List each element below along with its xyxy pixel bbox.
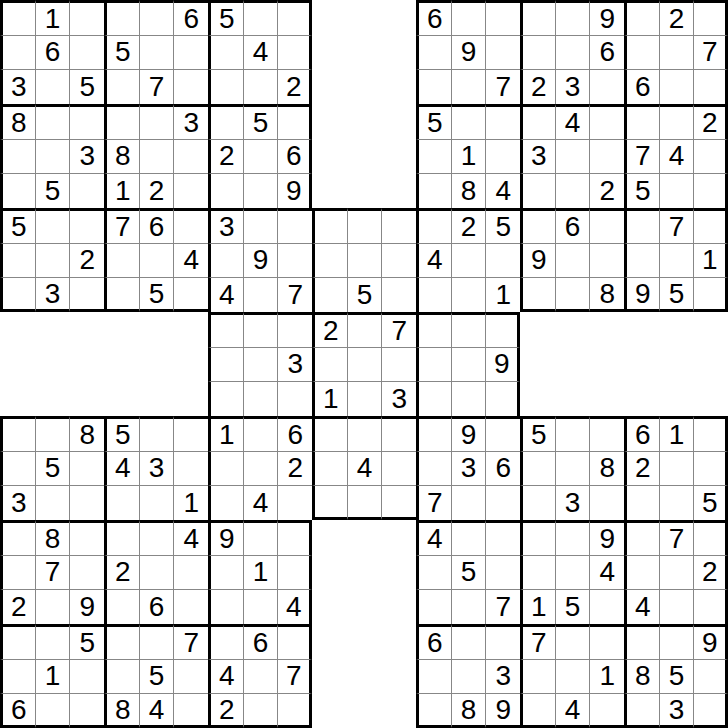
cell-r11c8[interactable]: [243, 347, 278, 382]
cell-r5c8[interactable]: [243, 139, 278, 174]
cell-r1c8[interactable]: [243, 0, 278, 35]
cell-r9c14[interactable]: [451, 277, 486, 312]
void-cell: [347, 589, 382, 624]
cell-r2c1[interactable]: [0, 35, 35, 70]
cell-r17c15[interactable]: [485, 555, 520, 590]
cell-r13c15[interactable]: [485, 416, 520, 451]
cell-r15c18[interactable]: [589, 485, 624, 520]
cell-r1c4[interactable]: [104, 0, 139, 35]
cell-r1c14[interactable]: [451, 0, 486, 35]
cell-r20c6[interactable]: [173, 659, 208, 694]
cell-r21c8[interactable]: [243, 693, 278, 728]
cell-r15c11[interactable]: [347, 485, 382, 520]
cell-r2c6[interactable]: [173, 35, 208, 70]
cell-r2c19[interactable]: [624, 35, 659, 70]
cell-r14c8[interactable]: [243, 451, 278, 486]
cell-r7c8[interactable]: [243, 208, 278, 243]
cell-r9c8[interactable]: [243, 277, 278, 312]
cell-r6c13[interactable]: [416, 173, 451, 208]
cell-r4c19[interactable]: [624, 104, 659, 139]
cell-r4c16[interactable]: [520, 104, 555, 139]
cell-r1c17[interactable]: [555, 0, 590, 35]
cell-r18c18[interactable]: [589, 589, 624, 624]
cell-r8c8: 9: [243, 243, 278, 278]
cell-r7c21[interactable]: [693, 208, 728, 243]
cell-r14c1[interactable]: [0, 451, 35, 486]
cell-r21c21[interactable]: [693, 693, 728, 728]
cell-r21c14: 8: [451, 693, 486, 728]
cell-r2c14: 9: [451, 35, 486, 70]
cell-r12c11[interactable]: [347, 381, 382, 416]
cell-r11c13[interactable]: [416, 347, 451, 382]
cell-r8c5[interactable]: [139, 243, 174, 278]
cell-r9c4[interactable]: [104, 277, 139, 312]
cell-r11c10[interactable]: [312, 347, 347, 382]
cell-r14c21[interactable]: [693, 451, 728, 486]
cell-r20c16[interactable]: [520, 659, 555, 694]
cell-r16c17[interactable]: [555, 520, 590, 555]
cell-r17c19[interactable]: [624, 555, 659, 590]
cell-r5c6[interactable]: [173, 139, 208, 174]
cell-r20c14[interactable]: [451, 659, 486, 694]
cell-r13c12[interactable]: [381, 416, 416, 451]
cell-r17c4: 2: [104, 555, 139, 590]
cell-r6c17[interactable]: [555, 173, 590, 208]
cell-r12c14[interactable]: [451, 381, 486, 416]
cell-r13c10[interactable]: [312, 416, 347, 451]
cell-r18c2[interactable]: [35, 589, 70, 624]
cell-r17c16[interactable]: [520, 555, 555, 590]
cell-r12c13[interactable]: [416, 381, 451, 416]
cell-r1c5[interactable]: [139, 0, 174, 35]
cell-r18c13[interactable]: [416, 589, 451, 624]
cell-r15c4[interactable]: [104, 485, 139, 520]
cell-r4c5[interactable]: [139, 104, 174, 139]
cell-r6c20[interactable]: [659, 173, 694, 208]
cell-r16c9[interactable]: [277, 520, 312, 555]
cell-r10c8[interactable]: [243, 312, 278, 347]
cell-r5c13[interactable]: [416, 139, 451, 174]
void-cell: [173, 381, 208, 416]
cell-r2c15[interactable]: [485, 35, 520, 70]
cell-r19c17[interactable]: [555, 624, 590, 659]
cell-r11c11[interactable]: [347, 347, 382, 382]
cell-r2c20[interactable]: [659, 35, 694, 70]
cell-r12c9[interactable]: [277, 381, 312, 416]
cell-r21c19[interactable]: [624, 693, 659, 728]
cell-r16c21[interactable]: [693, 520, 728, 555]
cell-r19c16: 7: [520, 624, 555, 659]
cell-r2c5[interactable]: [139, 35, 174, 70]
cell-r19c4[interactable]: [104, 624, 139, 659]
cell-r16c5[interactable]: [139, 520, 174, 555]
cell-r18c14[interactable]: [451, 589, 486, 624]
cell-r15c15[interactable]: [485, 485, 520, 520]
cell-r9c1[interactable]: [0, 277, 35, 312]
cell-r4c15[interactable]: [485, 104, 520, 139]
cell-r8c1[interactable]: [0, 243, 35, 278]
cell-r17c7[interactable]: [208, 555, 243, 590]
void-cell: [104, 312, 139, 347]
cell-r13c18[interactable]: [589, 416, 624, 451]
cell-r21c18[interactable]: [589, 693, 624, 728]
cell-r13c4: 5: [104, 416, 139, 451]
cell-r11c7[interactable]: [208, 347, 243, 382]
void-cell: [624, 381, 659, 416]
cell-r9c12[interactable]: [381, 277, 416, 312]
cell-r19c9[interactable]: [277, 624, 312, 659]
cell-r10c15[interactable]: [485, 312, 520, 347]
cell-r1c21[interactable]: [693, 0, 728, 35]
cell-r21c9[interactable]: [277, 693, 312, 728]
void-cell: [693, 347, 728, 382]
cell-r5c17[interactable]: [555, 139, 590, 174]
cell-r3c4[interactable]: [104, 69, 139, 104]
cell-r13c7: 1: [208, 416, 243, 451]
cell-r21c13[interactable]: [416, 693, 451, 728]
cell-r21c16[interactable]: [520, 693, 555, 728]
cell-r14c12[interactable]: [381, 451, 416, 486]
cell-r8c14[interactable]: [451, 243, 486, 278]
cell-r21c20: 3: [659, 693, 694, 728]
cell-r3c2[interactable]: [35, 69, 70, 104]
cell-r13c14: 9: [451, 416, 486, 451]
cell-r17c5[interactable]: [139, 555, 174, 590]
void-cell: [312, 520, 347, 555]
cell-r4c4[interactable]: [104, 104, 139, 139]
cell-r15c12[interactable]: [381, 485, 416, 520]
cell-r19c20[interactable]: [659, 624, 694, 659]
cell-r20c7: 4: [208, 659, 243, 694]
cell-r19c1[interactable]: [0, 624, 35, 659]
cell-r3c14[interactable]: [451, 69, 486, 104]
cell-r13c11[interactable]: [347, 416, 382, 451]
cell-r20c19: 8: [624, 659, 659, 694]
cell-r14c13[interactable]: [416, 451, 451, 486]
cell-r6c16[interactable]: [520, 173, 555, 208]
cell-r4c6: 3: [173, 104, 208, 139]
cell-r4c7[interactable]: [208, 104, 243, 139]
cell-r19c7[interactable]: [208, 624, 243, 659]
cell-r19c8: 6: [243, 624, 278, 659]
cell-r9c21[interactable]: [693, 277, 728, 312]
cell-r18c6[interactable]: [173, 589, 208, 624]
cell-r8c11[interactable]: [347, 243, 382, 278]
cell-r8c20[interactable]: [659, 243, 694, 278]
cell-r10c13[interactable]: [416, 312, 451, 347]
cell-r20c1[interactable]: [0, 659, 35, 694]
cell-r5c2[interactable]: [35, 139, 70, 174]
cell-r7c11[interactable]: [347, 208, 382, 243]
cell-r12c7[interactable]: [208, 381, 243, 416]
cell-r13c17[interactable]: [555, 416, 590, 451]
cell-r8c19[interactable]: [624, 243, 659, 278]
cell-r7c13[interactable]: [416, 208, 451, 243]
cell-r11c15: 9: [485, 347, 520, 382]
cell-r15c5[interactable]: [139, 485, 174, 520]
cell-r4c18[interactable]: [589, 104, 624, 139]
cell-r5c21[interactable]: [693, 139, 728, 174]
cell-r7c3[interactable]: [69, 208, 104, 243]
cell-r3c7[interactable]: [208, 69, 243, 104]
cell-r10c9[interactable]: [277, 312, 312, 347]
void-cell: [347, 139, 382, 174]
cell-r6c6[interactable]: [173, 173, 208, 208]
cell-r9c16[interactable]: [520, 277, 555, 312]
cell-r6c8[interactable]: [243, 173, 278, 208]
cell-r5c20: 4: [659, 139, 694, 174]
cell-r20c5: 5: [139, 659, 174, 694]
cell-r17c3[interactable]: [69, 555, 104, 590]
cell-r21c4: 8: [104, 693, 139, 728]
cell-r13c2[interactable]: [35, 416, 70, 451]
cell-r20c4[interactable]: [104, 659, 139, 694]
cell-r3c6[interactable]: [173, 69, 208, 104]
void-cell: [659, 312, 694, 347]
cell-r2c7[interactable]: [208, 35, 243, 70]
cell-r2c17[interactable]: [555, 35, 590, 70]
cell-r14c20[interactable]: [659, 451, 694, 486]
cell-r6c19: 5: [624, 173, 659, 208]
cell-r10c11[interactable]: [347, 312, 382, 347]
cell-r1c19[interactable]: [624, 0, 659, 35]
cell-r11c12[interactable]: [381, 347, 416, 382]
void-cell: [139, 347, 174, 382]
cell-r20c17[interactable]: [555, 659, 590, 694]
cell-r1c9[interactable]: [277, 0, 312, 35]
cell-r7c19[interactable]: [624, 208, 659, 243]
cell-r9c17[interactable]: [555, 277, 590, 312]
cell-r10c14[interactable]: [451, 312, 486, 347]
void-cell: [520, 312, 555, 347]
cell-r16c1[interactable]: [0, 520, 35, 555]
cell-r12c15[interactable]: [485, 381, 520, 416]
cell-r9c6[interactable]: [173, 277, 208, 312]
void-cell: [381, 139, 416, 174]
void-cell: [312, 624, 347, 659]
cell-r1c15[interactable]: [485, 0, 520, 35]
cell-r8c18[interactable]: [589, 243, 624, 278]
cell-r20c13[interactable]: [416, 659, 451, 694]
cell-r10c7[interactable]: [208, 312, 243, 347]
void-cell: [312, 693, 347, 728]
void-cell: [69, 381, 104, 416]
cell-r2c16[interactable]: [520, 35, 555, 70]
cell-r14c4: 4: [104, 451, 139, 486]
void-cell: [589, 381, 624, 416]
cell-r6c1[interactable]: [0, 173, 35, 208]
cell-r21c2[interactable]: [35, 693, 70, 728]
cell-r9c3[interactable]: [69, 277, 104, 312]
cell-r3c18[interactable]: [589, 69, 624, 104]
cell-r3c8[interactable]: [243, 69, 278, 104]
cell-r12c8[interactable]: [243, 381, 278, 416]
cell-r3c20[interactable]: [659, 69, 694, 104]
cell-r14c10[interactable]: [312, 451, 347, 486]
cell-r15c1: 3: [0, 485, 35, 520]
cell-r7c9[interactable]: [277, 208, 312, 243]
cell-r7c10[interactable]: [312, 208, 347, 243]
cell-r4c2[interactable]: [35, 104, 70, 139]
cell-r4c14[interactable]: [451, 104, 486, 139]
cell-r1c1[interactable]: [0, 0, 35, 35]
cell-r15c7[interactable]: [208, 485, 243, 520]
cell-r18c8[interactable]: [243, 589, 278, 624]
cell-r19c5[interactable]: [139, 624, 174, 659]
cell-r16c14[interactable]: [451, 520, 486, 555]
void-cell: [312, 139, 347, 174]
void-cell: [693, 381, 728, 416]
cell-r20c21[interactable]: [693, 659, 728, 694]
cell-r17c6[interactable]: [173, 555, 208, 590]
cell-r15c19[interactable]: [624, 485, 659, 520]
cell-r15c20[interactable]: [659, 485, 694, 520]
cell-r9c9: 7: [277, 277, 312, 312]
cell-r11c9: 3: [277, 347, 312, 382]
cell-r13c8[interactable]: [243, 416, 278, 451]
cell-r1c16[interactable]: [520, 0, 555, 35]
cell-r21c6[interactable]: [173, 693, 208, 728]
cell-r9c5: 5: [139, 277, 174, 312]
cell-r7c12[interactable]: [381, 208, 416, 243]
cell-r15c3[interactable]: [69, 485, 104, 520]
cell-r18c21[interactable]: [693, 589, 728, 624]
cell-r9c10[interactable]: [312, 277, 347, 312]
cell-r8c12[interactable]: [381, 243, 416, 278]
cell-r16c3[interactable]: [69, 520, 104, 555]
cell-r16c4[interactable]: [104, 520, 139, 555]
cell-r18c4[interactable]: [104, 589, 139, 624]
void-cell: [104, 381, 139, 416]
cell-r15c2[interactable]: [35, 485, 70, 520]
cell-r3c16: 2: [520, 69, 555, 104]
cell-r15c8: 4: [243, 485, 278, 520]
cell-r8c10[interactable]: [312, 243, 347, 278]
cell-r13c13[interactable]: [416, 416, 451, 451]
cell-r15c9[interactable]: [277, 485, 312, 520]
void-cell: [347, 69, 382, 104]
cell-r8c2[interactable]: [35, 243, 70, 278]
cell-r5c15[interactable]: [485, 139, 520, 174]
cell-r15c14[interactable]: [451, 485, 486, 520]
cell-r9c18: 8: [589, 277, 624, 312]
cell-r5c5[interactable]: [139, 139, 174, 174]
cell-r15c10[interactable]: [312, 485, 347, 520]
cell-r20c3[interactable]: [69, 659, 104, 694]
cell-r19c2[interactable]: [35, 624, 70, 659]
cell-r7c15: 5: [485, 208, 520, 243]
cell-r14c9: 2: [277, 451, 312, 486]
cell-r13c5[interactable]: [139, 416, 174, 451]
cell-r20c2: 1: [35, 659, 70, 694]
cell-r20c8[interactable]: [243, 659, 278, 694]
cell-r8c7[interactable]: [208, 243, 243, 278]
cell-r14c6[interactable]: [173, 451, 208, 486]
cell-r7c18[interactable]: [589, 208, 624, 243]
cell-r18c7[interactable]: [208, 589, 243, 624]
cell-r16c15[interactable]: [485, 520, 520, 555]
cell-r21c3[interactable]: [69, 693, 104, 728]
cell-r2c9[interactable]: [277, 35, 312, 70]
void-cell: [381, 589, 416, 624]
cell-r14c7[interactable]: [208, 451, 243, 486]
cell-r19c18[interactable]: [589, 624, 624, 659]
cell-r5c18[interactable]: [589, 139, 624, 174]
cell-r8c4[interactable]: [104, 243, 139, 278]
cell-r13c6[interactable]: [173, 416, 208, 451]
cell-r15c6: 1: [173, 485, 208, 520]
cell-r14c16[interactable]: [520, 451, 555, 486]
cell-r17c17[interactable]: [555, 555, 590, 590]
cell-r5c1[interactable]: [0, 139, 35, 174]
cell-r4c3[interactable]: [69, 104, 104, 139]
cell-r4c20[interactable]: [659, 104, 694, 139]
cell-r17c20[interactable]: [659, 555, 694, 590]
void-cell: [347, 35, 382, 70]
cell-r18c5: 6: [139, 589, 174, 624]
cell-r15c16[interactable]: [520, 485, 555, 520]
samurai-sudoku-board: 1656926549673572723683554238261374512984…: [0, 0, 728, 728]
cell-r3c21[interactable]: [693, 69, 728, 104]
void-cell: [35, 381, 70, 416]
cell-r8c9[interactable]: [277, 243, 312, 278]
cell-r11c14[interactable]: [451, 347, 486, 382]
void-cell: [312, 104, 347, 139]
cell-r19c15[interactable]: [485, 624, 520, 659]
cell-r8c17[interactable]: [555, 243, 590, 278]
cell-r5c16: 3: [520, 139, 555, 174]
cell-r13c1[interactable]: [0, 416, 35, 451]
cell-r17c13[interactable]: [416, 555, 451, 590]
cell-r1c3[interactable]: [69, 0, 104, 35]
cell-r7c16[interactable]: [520, 208, 555, 243]
cell-r17c1[interactable]: [0, 555, 35, 590]
cell-r16c19[interactable]: [624, 520, 659, 555]
cell-r2c13[interactable]: [416, 35, 451, 70]
cell-r19c14[interactable]: [451, 624, 486, 659]
cell-r7c2[interactable]: [35, 208, 70, 243]
cell-r7c6[interactable]: [173, 208, 208, 243]
cell-r14c18: 8: [589, 451, 624, 486]
cell-r7c5: 6: [139, 208, 174, 243]
cell-r14c3[interactable]: [69, 451, 104, 486]
cell-r1c18: 9: [589, 0, 624, 35]
cell-r2c3[interactable]: [69, 35, 104, 70]
cell-r6c3[interactable]: [69, 173, 104, 208]
cell-r19c19[interactable]: [624, 624, 659, 659]
cell-r6c21[interactable]: [693, 173, 728, 208]
cell-r16c8[interactable]: [243, 520, 278, 555]
cell-r17c2: 7: [35, 555, 70, 590]
page-background: 1656926549673572723683554238261374512984…: [0, 0, 728, 728]
cell-r9c19: 9: [624, 277, 659, 312]
cell-r6c7[interactable]: [208, 173, 243, 208]
cell-r3c13[interactable]: [416, 69, 451, 104]
cell-r17c9[interactable]: [277, 555, 312, 590]
cell-r14c17[interactable]: [555, 451, 590, 486]
cell-r9c13[interactable]: [416, 277, 451, 312]
cell-r16c16[interactable]: [520, 520, 555, 555]
cell-r19c13: 6: [416, 624, 451, 659]
cell-r8c13: 4: [416, 243, 451, 278]
cell-r2c21: 7: [693, 35, 728, 70]
cell-r13c21[interactable]: [693, 416, 728, 451]
cell-r18c20[interactable]: [659, 589, 694, 624]
cell-r15c17: 3: [555, 485, 590, 520]
cell-r8c15[interactable]: [485, 243, 520, 278]
cell-r4c9[interactable]: [277, 104, 312, 139]
cell-r1c7: 5: [208, 0, 243, 35]
